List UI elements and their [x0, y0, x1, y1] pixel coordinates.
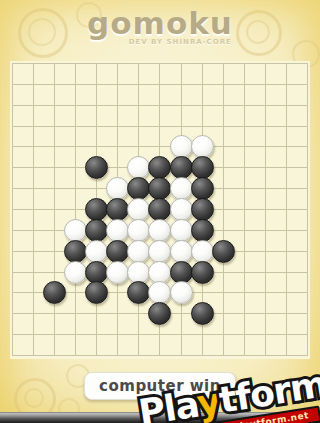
black-stone: [106, 198, 129, 221]
white-stone: [191, 135, 214, 158]
white-stone: [148, 240, 171, 263]
white-stone: [127, 156, 150, 179]
white-stone: [64, 219, 87, 242]
black-stone: [148, 198, 171, 221]
white-stone: [127, 219, 150, 242]
header: gomoku DEV BY SHINRA-CORE: [0, 7, 320, 48]
swirl-ornament: [24, 388, 44, 408]
white-stone: [127, 261, 150, 284]
board-grid[interactable]: [12, 63, 308, 356]
black-stone: [127, 177, 150, 200]
white-stone: [106, 219, 129, 242]
black-stone: [191, 177, 214, 200]
app-screen: gomoku DEV BY SHINRA-CORE computer win P…: [0, 0, 320, 423]
black-stone: [85, 261, 108, 284]
white-stone: [170, 198, 193, 221]
black-stone: [191, 156, 214, 179]
white-stone: [170, 240, 193, 263]
black-stone: [43, 281, 66, 304]
white-stone: [106, 261, 129, 284]
black-stone: [85, 219, 108, 242]
white-stone: [148, 261, 171, 284]
black-stone: [85, 156, 108, 179]
black-stone: [106, 240, 129, 263]
app-title: gomoku: [87, 7, 233, 40]
black-stone: [191, 198, 214, 221]
white-stone: [106, 177, 129, 200]
black-stone: [170, 156, 193, 179]
black-stone: [127, 281, 150, 304]
black-stone: [212, 240, 235, 263]
board: [10, 61, 310, 359]
black-stone: [148, 156, 171, 179]
black-stone: [170, 261, 193, 284]
black-stone: [148, 177, 171, 200]
white-stone: [127, 198, 150, 221]
white-stone: [64, 261, 87, 284]
black-stone: [148, 302, 171, 325]
white-stone: [85, 240, 108, 263]
white-stone: [170, 177, 193, 200]
header-inner: gomoku DEV BY SHINRA-CORE: [87, 7, 233, 46]
white-stone: [127, 240, 150, 263]
black-stone: [191, 219, 214, 242]
black-stone: [85, 198, 108, 221]
black-stone: [191, 261, 214, 284]
white-stone: [148, 219, 171, 242]
black-stone: [85, 281, 108, 304]
white-stone: [170, 135, 193, 158]
black-stone: [191, 302, 214, 325]
white-stone: [170, 281, 193, 304]
white-stone: [191, 240, 214, 263]
black-stone: [64, 240, 87, 263]
white-stone: [148, 281, 171, 304]
white-stone: [170, 219, 193, 242]
